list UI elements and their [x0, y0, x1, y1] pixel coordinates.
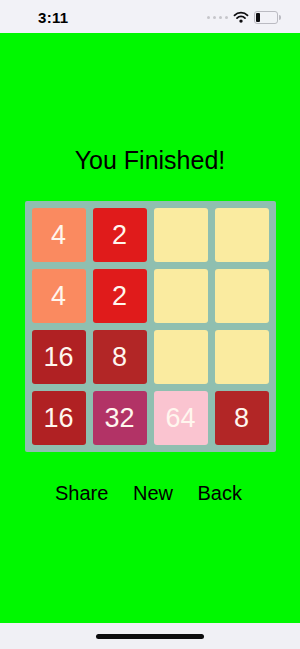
- tile-r2c1: 8: [93, 330, 147, 384]
- home-indicator-area: [0, 623, 300, 649]
- tile-r1c1: 2: [93, 269, 147, 323]
- tile-r0c2: [154, 208, 208, 262]
- share-button[interactable]: Share: [55, 482, 108, 505]
- tile-r1c3: [215, 269, 269, 323]
- tile-r1c0: 4: [32, 269, 86, 323]
- battery-fill: [256, 13, 260, 22]
- tile-r3c1: 32: [93, 391, 147, 445]
- back-button[interactable]: Back: [198, 482, 242, 505]
- tile-r0c3: [215, 208, 269, 262]
- cellular-signal-icon: [207, 16, 228, 20]
- page-title: You Finished!: [75, 145, 226, 175]
- phone-screen: 3:11 You Finished! 4 2: [0, 0, 300, 649]
- tile-r0c1: 2: [93, 208, 147, 262]
- tile-r3c3: 8: [215, 391, 269, 445]
- tile-r3c0: 16: [32, 391, 86, 445]
- tile-r2c3: [215, 330, 269, 384]
- status-icons: [207, 9, 278, 27]
- battery-icon: [254, 11, 278, 24]
- status-time: 3:11: [38, 9, 68, 26]
- tile-r0c0: 4: [32, 208, 86, 262]
- tile-r1c2: [154, 269, 208, 323]
- tile-r3c2: 64: [154, 391, 208, 445]
- game-screen: You Finished! 4 2 4 2 16 8 16 32 64 8 Sh…: [0, 33, 300, 623]
- new-button[interactable]: New: [133, 482, 173, 505]
- board-2048: 4 2 4 2 16 8 16 32 64 8: [25, 201, 276, 452]
- tile-r2c0: 16: [32, 330, 86, 384]
- wifi-icon: [233, 9, 249, 27]
- status-bar: 3:11: [0, 0, 300, 33]
- home-indicator[interactable]: [96, 634, 204, 639]
- button-row: Share New Back: [0, 482, 300, 505]
- tile-r2c2: [154, 330, 208, 384]
- battery-nub: [279, 15, 281, 20]
